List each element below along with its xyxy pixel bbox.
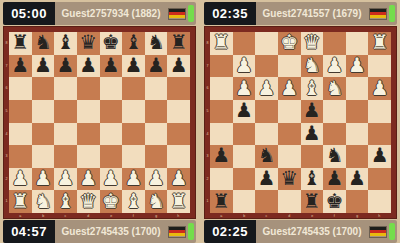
square-e3[interactable] [100, 145, 123, 168]
square-e7[interactable]: ♟ [100, 55, 123, 78]
white-pawn-piece: ♟ [147, 168, 165, 188]
game-panel-left: 05:00 Guest2757934 (1882) 87654321 abcde… [3, 2, 196, 243]
player-bar: 02:25 Guest2745435 (1700) [204, 220, 397, 243]
square-f5[interactable] [323, 100, 346, 123]
rank-label: 8 [206, 37, 209, 51]
square-h3[interactable]: ♟ [368, 145, 391, 168]
square-c5[interactable] [54, 100, 77, 123]
square-g6[interactable] [145, 77, 168, 100]
rank-label: 2 [206, 172, 209, 186]
opponent-clock: 02:35 [204, 2, 256, 25]
square-g7[interactable]: ♟ [346, 55, 369, 78]
chess-board-left: 87654321 abcdefgh ♜♞♝♛♚♝♞♜♟♟♟♟♟♟♟♟♟♟♟♟♟♟… [4, 27, 195, 218]
black-knight-piece: ♞ [34, 32, 52, 52]
square-a7[interactable] [210, 55, 233, 78]
white-pawn-piece: ♟ [57, 168, 75, 188]
square-f4[interactable] [323, 123, 346, 146]
rank-label: 7 [5, 59, 8, 73]
rank-labels: 87654321 [205, 32, 210, 213]
square-h8[interactable]: ♜ [167, 32, 190, 55]
white-pawn-piece: ♟ [371, 78, 389, 98]
square-f1[interactable]: ♝ [122, 190, 145, 213]
white-pawn-piece: ♟ [235, 78, 253, 98]
white-pawn-piece: ♟ [235, 55, 253, 75]
white-pawn-piece: ♟ [348, 55, 366, 75]
square-e3[interactable] [301, 145, 324, 168]
square-d2[interactable]: ♟ [77, 168, 100, 191]
square-d6[interactable] [77, 77, 100, 100]
square-a1[interactable]: ♜ [9, 190, 32, 213]
square-b1[interactable]: ♞ [32, 190, 55, 213]
black-pawn-piece: ♟ [235, 100, 253, 120]
germany-flag-icon [370, 9, 386, 19]
player-name: Guest2745435 (1700) [256, 226, 368, 237]
connection-status-bar [389, 223, 395, 240]
board-grid: ♜♞♝♛♚♝♞♜♟♟♟♟♟♟♟♟♟♟♟♟♟♟♟♟♜♞♝♛♚♝♞♜ [9, 32, 190, 213]
square-c7[interactable] [255, 55, 278, 78]
square-b3[interactable] [233, 145, 256, 168]
square-e7[interactable]: ♞ [301, 55, 324, 78]
connection-status-bar [188, 223, 194, 240]
board-grid: ♜♚♛♜♟♞♟♟♟♟♟♝♞♟♟♟♟♟♞♞♟♟♛♝♟♟♜♜♚ [210, 32, 391, 213]
player-bar: 04:57 Guest2745435 (1700) [3, 220, 196, 243]
square-b6[interactable] [32, 77, 55, 100]
square-h8[interactable]: ♜ [368, 32, 391, 55]
square-a2[interactable] [210, 168, 233, 191]
square-h5[interactable] [167, 100, 190, 123]
square-c8[interactable]: ♝ [54, 32, 77, 55]
black-pawn-piece: ♟ [303, 100, 321, 120]
square-f3[interactable]: ♞ [323, 145, 346, 168]
black-pawn-piece: ♟ [212, 145, 230, 165]
black-bishop-piece: ♝ [124, 32, 142, 52]
square-h4[interactable] [167, 123, 190, 146]
square-d1[interactable] [278, 190, 301, 213]
square-b7[interactable]: ♟ [233, 55, 256, 78]
black-rook-piece: ♜ [303, 191, 321, 211]
file-label: h [373, 214, 387, 217]
black-bishop-piece: ♝ [303, 168, 321, 188]
white-knight-piece: ♞ [325, 78, 343, 98]
opponent-bar: 02:35 Guest2741557 (1679) [204, 2, 397, 25]
rank-label: 4 [206, 127, 209, 141]
rank-label: 7 [206, 59, 209, 73]
file-label: d [282, 214, 296, 217]
white-pawn-piece: ♟ [258, 78, 276, 98]
file-label: c [260, 214, 274, 217]
square-d4[interactable] [278, 123, 301, 146]
square-e2[interactable]: ♝ [301, 168, 324, 191]
square-h2[interactable]: ♟ [167, 168, 190, 191]
square-a7[interactable]: ♟ [9, 55, 32, 78]
rank-label: 5 [5, 104, 8, 118]
square-f6[interactable] [122, 77, 145, 100]
black-knight-piece: ♞ [258, 145, 276, 165]
square-g7[interactable]: ♟ [145, 55, 168, 78]
rank-label: 4 [5, 127, 8, 141]
square-f7[interactable]: ♟ [122, 55, 145, 78]
white-bishop-piece: ♝ [124, 191, 142, 211]
square-h2[interactable] [368, 168, 391, 191]
opponent-name: Guest2741557 (1679) [256, 8, 368, 19]
white-pawn-piece: ♟ [280, 78, 298, 98]
square-g8[interactable] [346, 32, 369, 55]
germany-flag-icon [370, 227, 386, 237]
rank-label: 3 [5, 150, 8, 164]
black-pawn-piece: ♟ [258, 168, 276, 188]
square-d8[interactable]: ♚ [278, 32, 301, 55]
black-pawn-piece: ♟ [348, 168, 366, 188]
square-a4[interactable] [210, 123, 233, 146]
black-pawn-piece: ♟ [79, 55, 97, 75]
square-c7[interactable]: ♟ [54, 55, 77, 78]
square-e6[interactable] [100, 77, 123, 100]
white-rook-piece: ♜ [212, 32, 230, 52]
square-f4[interactable] [122, 123, 145, 146]
square-a6[interactable] [9, 77, 32, 100]
file-label: c [59, 214, 73, 217]
square-e5[interactable] [100, 100, 123, 123]
white-pawn-piece: ♟ [79, 168, 97, 188]
square-g4[interactable] [346, 123, 369, 146]
square-d3[interactable] [278, 145, 301, 168]
chess-board-right: 87654321 abcdefgh ♜♚♛♜♟♞♟♟♟♟♟♝♞♟♟♟♟♟♞♞♟♟… [205, 27, 396, 218]
file-label: b [237, 214, 251, 217]
square-a5[interactable] [210, 100, 233, 123]
square-c6[interactable] [54, 77, 77, 100]
rank-label: 5 [206, 104, 209, 118]
square-c1[interactable] [255, 190, 278, 213]
square-f8[interactable]: ♝ [122, 32, 145, 55]
white-pawn-piece: ♟ [11, 168, 29, 188]
square-h5[interactable] [368, 100, 391, 123]
white-knight-piece: ♞ [34, 191, 52, 211]
square-b7[interactable]: ♟ [32, 55, 55, 78]
square-h7[interactable]: ♟ [167, 55, 190, 78]
white-king-piece: ♚ [280, 32, 298, 52]
square-g5[interactable] [346, 100, 369, 123]
file-label: a [215, 214, 229, 217]
white-pawn-piece: ♟ [170, 168, 188, 188]
square-h6[interactable]: ♟ [368, 77, 391, 100]
file-labels: abcdefgh [210, 213, 391, 218]
white-rook-piece: ♜ [11, 191, 29, 211]
square-b6[interactable]: ♟ [233, 77, 256, 100]
square-f3[interactable] [122, 145, 145, 168]
square-h1[interactable] [368, 190, 391, 213]
square-b3[interactable] [32, 145, 55, 168]
square-a8[interactable]: ♜ [9, 32, 32, 55]
square-d8[interactable]: ♛ [77, 32, 100, 55]
square-e6[interactable]: ♝ [301, 77, 324, 100]
square-f8[interactable] [323, 32, 346, 55]
rank-label: 1 [5, 195, 8, 209]
white-pawn-piece: ♟ [34, 168, 52, 188]
square-a4[interactable] [9, 123, 32, 146]
rank-label: 6 [206, 82, 209, 96]
player-name: Guest2745435 (1700) [55, 226, 167, 237]
square-g4[interactable] [145, 123, 168, 146]
square-a6[interactable] [210, 77, 233, 100]
square-c4[interactable] [255, 123, 278, 146]
file-label: h [172, 214, 186, 217]
file-label: e [305, 214, 319, 217]
square-a5[interactable] [9, 100, 32, 123]
square-b2[interactable] [233, 168, 256, 191]
opponent-name: Guest2757934 (1882) [55, 8, 167, 19]
black-bishop-piece: ♝ [57, 32, 75, 52]
square-b4[interactable] [233, 123, 256, 146]
player-clock: 02:25 [204, 220, 256, 243]
white-bishop-piece: ♝ [57, 191, 75, 211]
black-pawn-piece: ♟ [325, 168, 343, 188]
square-f1[interactable]: ♚ [323, 190, 346, 213]
file-label: f [127, 214, 141, 217]
germany-flag-icon [169, 9, 185, 19]
square-d5[interactable] [278, 100, 301, 123]
black-pawn-piece: ♟ [57, 55, 75, 75]
square-e4[interactable] [100, 123, 123, 146]
black-knight-piece: ♞ [147, 32, 165, 52]
square-e1[interactable]: ♚ [100, 190, 123, 213]
square-b8[interactable]: ♞ [32, 32, 55, 55]
square-c2[interactable]: ♟ [54, 168, 77, 191]
square-c5[interactable] [255, 100, 278, 123]
black-knight-piece: ♞ [325, 145, 343, 165]
dual-game-view: 05:00 Guest2757934 (1882) 87654321 abcde… [0, 0, 400, 243]
square-b4[interactable] [32, 123, 55, 146]
opponent-clock: 05:00 [3, 2, 55, 25]
file-label: b [36, 214, 50, 217]
square-h1[interactable]: ♜ [167, 190, 190, 213]
square-e8[interactable]: ♛ [301, 32, 324, 55]
rank-label: 1 [206, 195, 209, 209]
square-f2[interactable]: ♟ [323, 168, 346, 191]
white-king-piece: ♚ [102, 191, 120, 211]
connection-status-bar [188, 5, 194, 22]
file-label: g [149, 214, 163, 217]
file-label: d [81, 214, 95, 217]
square-g8[interactable]: ♞ [145, 32, 168, 55]
black-pawn-piece: ♟ [124, 55, 142, 75]
square-f5[interactable] [122, 100, 145, 123]
connection-status-bar [389, 5, 395, 22]
white-pawn-piece: ♟ [124, 168, 142, 188]
square-d3[interactable] [77, 145, 100, 168]
square-g2[interactable]: ♟ [145, 168, 168, 191]
square-f7[interactable]: ♟ [323, 55, 346, 78]
file-labels: abcdefgh [9, 213, 190, 218]
square-h6[interactable] [167, 77, 190, 100]
square-a1[interactable]: ♜ [210, 190, 233, 213]
square-d6[interactable]: ♟ [278, 77, 301, 100]
player-clock: 04:57 [3, 220, 55, 243]
black-pawn-piece: ♟ [11, 55, 29, 75]
square-b8[interactable] [233, 32, 256, 55]
germany-flag-icon [169, 227, 185, 237]
black-pawn-piece: ♟ [170, 55, 188, 75]
square-c3[interactable] [54, 145, 77, 168]
square-f2[interactable]: ♟ [122, 168, 145, 191]
square-a3[interactable]: ♟ [210, 145, 233, 168]
square-b5[interactable] [32, 100, 55, 123]
square-g1[interactable] [346, 190, 369, 213]
square-d7[interactable]: ♟ [77, 55, 100, 78]
square-f6[interactable]: ♞ [323, 77, 346, 100]
square-e4[interactable]: ♟ [301, 123, 324, 146]
square-a2[interactable]: ♟ [9, 168, 32, 191]
square-e1[interactable]: ♜ [301, 190, 324, 213]
black-king-piece: ♚ [102, 32, 120, 52]
white-bishop-piece: ♝ [303, 78, 321, 98]
black-pawn-piece: ♟ [371, 145, 389, 165]
square-e2[interactable]: ♟ [100, 168, 123, 191]
square-e5[interactable]: ♟ [301, 100, 324, 123]
rank-label: 6 [5, 82, 8, 96]
white-knight-piece: ♞ [303, 55, 321, 75]
square-g2[interactable]: ♟ [346, 168, 369, 191]
black-queen-piece: ♛ [79, 32, 97, 52]
square-h4[interactable] [368, 123, 391, 146]
black-rook-piece: ♜ [212, 191, 230, 211]
square-a3[interactable] [9, 145, 32, 168]
opponent-bar: 05:00 Guest2757934 (1882) [3, 2, 196, 25]
black-pawn-piece: ♟ [147, 55, 165, 75]
square-b1[interactable] [233, 190, 256, 213]
white-pawn-piece: ♟ [325, 55, 343, 75]
white-rook-piece: ♜ [170, 191, 188, 211]
file-label: g [350, 214, 364, 217]
square-c3[interactable]: ♞ [255, 145, 278, 168]
square-g5[interactable] [145, 100, 168, 123]
square-b5[interactable]: ♟ [233, 100, 256, 123]
white-knight-piece: ♞ [147, 191, 165, 211]
square-h3[interactable] [167, 145, 190, 168]
white-queen-piece: ♛ [303, 32, 321, 52]
square-d4[interactable] [77, 123, 100, 146]
rank-label: 3 [206, 150, 209, 164]
square-g6[interactable] [346, 77, 369, 100]
rank-labels: 87654321 [4, 32, 9, 213]
black-pawn-piece: ♟ [303, 123, 321, 143]
white-queen-piece: ♛ [79, 191, 97, 211]
file-label: e [104, 214, 118, 217]
square-g1[interactable]: ♞ [145, 190, 168, 213]
square-a8[interactable]: ♜ [210, 32, 233, 55]
square-d1[interactable]: ♛ [77, 190, 100, 213]
rank-label: 8 [5, 37, 8, 51]
square-e8[interactable]: ♚ [100, 32, 123, 55]
white-rook-piece: ♜ [371, 32, 389, 52]
game-panel-right: 02:35 Guest2741557 (1679) 87654321 abcde… [204, 2, 397, 243]
black-rook-piece: ♜ [11, 32, 29, 52]
square-c1[interactable]: ♝ [54, 190, 77, 213]
square-c8[interactable] [255, 32, 278, 55]
square-d2[interactable]: ♛ [278, 168, 301, 191]
file-label: f [328, 214, 342, 217]
square-c4[interactable] [54, 123, 77, 146]
black-pawn-piece: ♟ [34, 55, 52, 75]
square-b2[interactable]: ♟ [32, 168, 55, 191]
square-d7[interactable] [278, 55, 301, 78]
black-rook-piece: ♜ [170, 32, 188, 52]
square-h7[interactable] [368, 55, 391, 78]
square-c2[interactable]: ♟ [255, 168, 278, 191]
black-queen-piece: ♛ [280, 168, 298, 188]
black-pawn-piece: ♟ [102, 55, 120, 75]
square-c6[interactable]: ♟ [255, 77, 278, 100]
square-g3[interactable] [145, 145, 168, 168]
black-king-piece: ♚ [325, 191, 343, 211]
file-label: a [14, 214, 28, 217]
rank-label: 2 [5, 172, 8, 186]
white-pawn-piece: ♟ [102, 168, 120, 188]
square-d5[interactable] [77, 100, 100, 123]
square-g3[interactable] [346, 145, 369, 168]
